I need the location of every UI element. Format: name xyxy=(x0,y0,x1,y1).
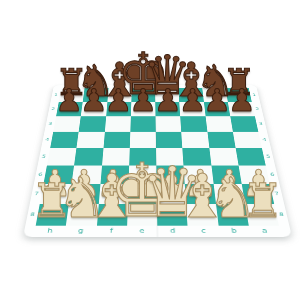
file-label: h xyxy=(67,85,80,88)
board-square xyxy=(178,88,203,102)
board-square xyxy=(131,102,156,116)
board-square xyxy=(98,184,128,204)
file-label: d xyxy=(160,85,173,88)
board-square xyxy=(185,184,216,204)
rollup-chess-mat: hhggffeeddccbbaa1122334455667788 xyxy=(23,85,292,237)
board-square xyxy=(216,204,249,225)
board-square xyxy=(157,184,187,204)
board-square xyxy=(179,102,205,116)
board-square xyxy=(180,116,207,131)
board-square xyxy=(53,116,81,131)
board-square xyxy=(155,88,179,102)
board-square xyxy=(66,204,98,225)
board-square xyxy=(186,204,218,225)
file-label: e xyxy=(137,85,150,88)
rank-label: 5 xyxy=(39,154,49,158)
file-label: c xyxy=(183,85,196,88)
file-label: h xyxy=(41,228,59,234)
board-square xyxy=(59,88,85,102)
board-square xyxy=(56,102,83,116)
board-square xyxy=(184,166,214,185)
rank-label: 3 xyxy=(46,122,55,126)
board-square xyxy=(156,166,185,185)
rank-label: 8 xyxy=(276,212,287,217)
board-square xyxy=(129,148,156,165)
board-square xyxy=(127,204,157,225)
rank-label: 2 xyxy=(253,107,262,110)
rank-label: 2 xyxy=(49,107,58,110)
board-square xyxy=(211,166,242,185)
board-square xyxy=(107,88,132,102)
board-square xyxy=(233,132,262,148)
rank-label: 5 xyxy=(263,154,273,158)
file-label: b xyxy=(207,85,220,88)
file-label: a xyxy=(256,228,274,234)
file-label: d xyxy=(164,228,181,234)
board-square xyxy=(225,88,251,102)
board-square xyxy=(103,132,130,148)
rank-label: 6 xyxy=(267,172,277,176)
board-square xyxy=(40,184,72,204)
board-square xyxy=(36,204,69,225)
board-square xyxy=(81,102,107,116)
board-square xyxy=(181,132,209,148)
board-square xyxy=(74,148,103,165)
board-square xyxy=(209,148,238,165)
board-square xyxy=(155,102,180,116)
chess-set-product-photo: hhggffeeddccbbaa1122334455667788 ♜♞♝♚♛♝♞… xyxy=(0,0,300,300)
board-square xyxy=(79,116,106,131)
board-square xyxy=(228,102,255,116)
file-label: b xyxy=(225,228,243,234)
board-square xyxy=(128,184,157,204)
board-square xyxy=(130,116,156,131)
file-label: c xyxy=(195,228,213,234)
file-label: g xyxy=(72,228,90,234)
board-square xyxy=(43,166,74,185)
rank-label: 7 xyxy=(271,192,282,197)
board-square xyxy=(102,148,130,165)
rank-label: 3 xyxy=(256,122,265,126)
rank-label: 1 xyxy=(250,93,259,96)
board-square xyxy=(183,148,212,165)
board-square xyxy=(202,88,228,102)
board-square xyxy=(235,148,265,165)
board-square xyxy=(106,102,131,116)
board-square xyxy=(128,166,156,185)
board-square xyxy=(238,166,269,185)
board-square xyxy=(69,184,100,204)
board-square xyxy=(207,132,235,148)
board-square xyxy=(72,166,102,185)
board-square xyxy=(83,88,108,102)
board-square xyxy=(157,204,188,225)
board-square xyxy=(100,166,129,185)
board-square xyxy=(131,88,155,102)
rank-label: 4 xyxy=(260,138,270,142)
board-square xyxy=(230,116,258,131)
board-square xyxy=(156,116,182,131)
board-square xyxy=(47,148,77,165)
file-label: f xyxy=(113,85,126,88)
board-square xyxy=(50,132,79,148)
rank-label: 1 xyxy=(52,93,61,96)
board-square xyxy=(213,184,245,204)
board-square xyxy=(245,204,279,225)
board-square xyxy=(77,132,105,148)
file-label: e xyxy=(133,228,150,234)
board-square xyxy=(156,148,184,165)
board-square xyxy=(104,116,130,131)
file-label: a xyxy=(230,85,244,88)
rank-label: 8 xyxy=(27,212,38,217)
board-square xyxy=(96,204,127,225)
file-label: f xyxy=(103,228,121,234)
file-label: g xyxy=(90,85,103,88)
board-square xyxy=(130,132,156,148)
board-square xyxy=(156,132,183,148)
rank-label: 4 xyxy=(42,138,52,142)
rank-label: 7 xyxy=(31,192,42,197)
board-square xyxy=(205,116,232,131)
board-square xyxy=(204,102,231,116)
board-square xyxy=(242,184,275,204)
rank-label: 6 xyxy=(35,172,45,176)
